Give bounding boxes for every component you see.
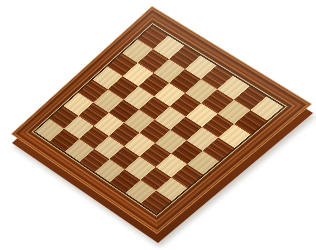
board-inlay-border — [32, 23, 288, 217]
chess-board — [11, 6, 312, 234]
chess-board-product-photo — [0, 0, 316, 250]
